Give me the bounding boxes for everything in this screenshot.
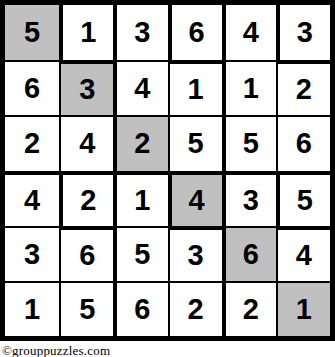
cell-r1c1: 5 [5,5,59,60]
cell-r2c3: 4 [113,60,167,115]
cell-r4c6: 5 [276,171,330,226]
cell-r4c2: 2 [59,171,113,226]
cell-r2c2: 3 [59,60,113,115]
cell-r4c1: 4 [5,171,59,226]
cell-r2c6: 2 [276,60,330,115]
cell-r5c4: 3 [168,226,222,281]
cell-r1c4: 6 [168,5,222,60]
cell-r6c4: 2 [168,281,222,336]
cell-r5c1: 3 [5,226,59,281]
cell-r3c5: 5 [222,115,276,170]
cell-r4c5: 3 [222,171,276,226]
cell-r5c2: 6 [59,226,113,281]
cell-r3c3: 2 [113,115,167,170]
cell-r2c1: 6 [5,60,59,115]
cell-r1c5: 4 [222,5,276,60]
cell-r1c3: 3 [113,5,167,60]
cell-r1c6: 3 [276,5,330,60]
cell-r6c1: 1 [5,281,59,336]
cell-r5c5: 6 [222,226,276,281]
cell-r6c6: 1 [276,281,330,336]
cell-r3c6: 6 [276,115,330,170]
cell-r6c5: 2 [222,281,276,336]
cell-r3c1: 2 [5,115,59,170]
cell-r6c3: 6 [113,281,167,336]
puzzle-board: 513643634112242556421435365364156221 [0,0,335,341]
cell-r2c4: 1 [168,60,222,115]
copyright-text: ©grouppuzzles.com [0,341,335,357]
cell-r5c3: 5 [113,226,167,281]
cell-r4c4: 4 [168,171,222,226]
cell-r6c2: 5 [59,281,113,336]
cell-r1c2: 1 [59,5,113,60]
cell-r3c2: 4 [59,115,113,170]
cell-r2c5: 1 [222,60,276,115]
cell-r4c3: 1 [113,171,167,226]
cell-r3c4: 5 [168,115,222,170]
cell-r5c6: 4 [276,226,330,281]
